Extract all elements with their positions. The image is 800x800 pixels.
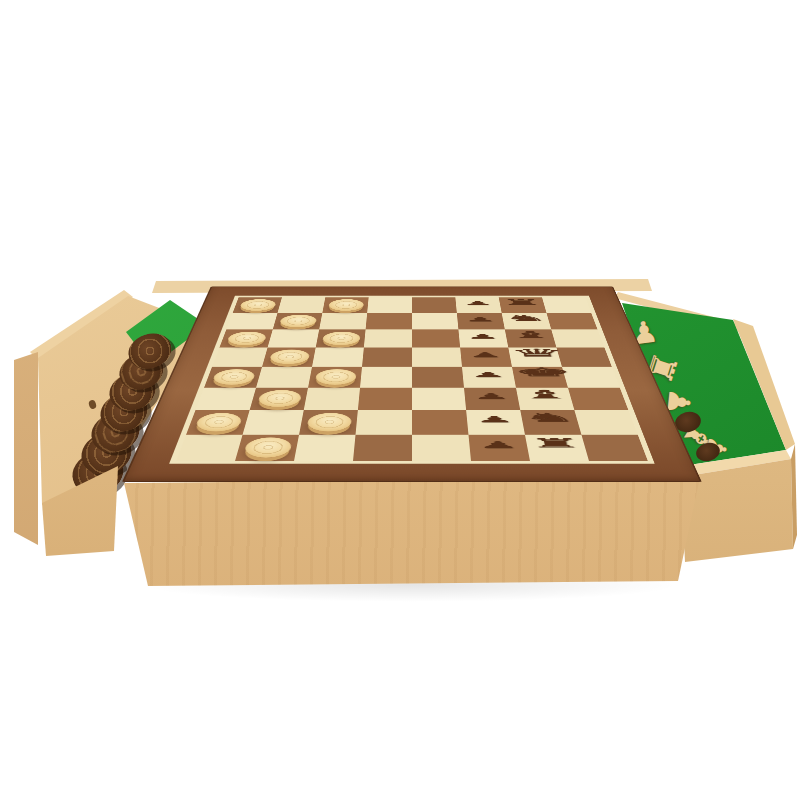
square-a1[interactable] (176, 434, 243, 461)
chess-piece-dark-pawn-f5[interactable]: ♟ (461, 351, 511, 358)
square-d6[interactable] (364, 329, 412, 347)
square-c1[interactable] (294, 434, 356, 461)
square-a7[interactable] (226, 313, 277, 330)
chess-piece-dark-bishop-g6[interactable]: ♝ (505, 330, 554, 339)
square-d8[interactable] (367, 297, 412, 313)
square-b2[interactable] (243, 410, 304, 434)
square-h3[interactable] (568, 387, 629, 410)
square-h7[interactable] (546, 313, 597, 330)
chess-piece-dark-pawn-f1[interactable]: ♟ (469, 440, 528, 449)
square-d3[interactable] (358, 387, 412, 410)
square-d1[interactable] (353, 434, 412, 461)
square-e6[interactable] (412, 329, 460, 347)
chess-piece-dark-knight-g2[interactable]: ♞ (521, 411, 579, 423)
square-e5[interactable] (412, 347, 462, 366)
chess-piece-dark-pawn-f8[interactable]: ♟ (456, 300, 501, 305)
chess-piece-dark-knight-g7[interactable]: ♞ (502, 314, 549, 322)
square-a3[interactable] (196, 387, 257, 410)
square-a5[interactable] (212, 347, 267, 366)
square-c5[interactable] (312, 347, 364, 366)
chess-piece-dark-rook-g8[interactable]: ♜ (499, 299, 545, 306)
chess-piece-dark-queen-g5[interactable]: ♛ (508, 347, 559, 358)
square-e1[interactable] (412, 434, 471, 461)
chess-piece-dark-pawn-f3[interactable]: ♟ (464, 392, 518, 400)
square-d4[interactable] (360, 367, 412, 388)
chess-piece-dark-pawn-f2[interactable]: ♟ (467, 415, 523, 424)
square-d2[interactable] (356, 410, 412, 434)
square-e7[interactable] (412, 313, 458, 330)
chess-piece-dark-bishop-g3[interactable]: ♝ (516, 388, 571, 400)
square-b8[interactable] (278, 297, 326, 313)
square-d7[interactable] (366, 313, 412, 330)
square-e3[interactable] (412, 387, 466, 410)
chess-piece-dark-rook-g1[interactable]: ♜ (525, 437, 585, 449)
square-h8[interactable] (542, 297, 591, 313)
square-c7[interactable] (319, 313, 367, 330)
chessboard: ♟♜♟♞♟♝♟♛♟♚♟♝♟♞♟♜ (122, 287, 702, 482)
square-e2[interactable] (412, 410, 468, 434)
chess-piece-dark-pawn-f4[interactable]: ♟ (462, 371, 514, 378)
left-drawer-finger-hole (88, 399, 97, 410)
square-e4[interactable] (412, 367, 464, 388)
chess-piece-dark-pawn-f6[interactable]: ♟ (459, 333, 507, 339)
square-e8[interactable] (412, 297, 457, 313)
chess-piece-dark-pawn-f7[interactable]: ♟ (457, 316, 503, 322)
chess-piece-dark-king-g4[interactable]: ♚ (512, 366, 565, 378)
square-h2[interactable] (574, 410, 637, 434)
product-photo-chess-draughts-box: { "game": "Chess and Draughts (Checkers)… (0, 0, 800, 800)
square-b4[interactable] (256, 367, 312, 388)
square-h6[interactable] (551, 329, 604, 347)
square-d5[interactable] (362, 347, 412, 366)
square-b6[interactable] (268, 329, 320, 347)
board-grid: ♟♜♟♞♟♝♟♛♟♚♟♝♟♞♟♜ (176, 297, 648, 461)
square-h1[interactable] (581, 434, 648, 461)
square-c3[interactable] (304, 387, 360, 410)
